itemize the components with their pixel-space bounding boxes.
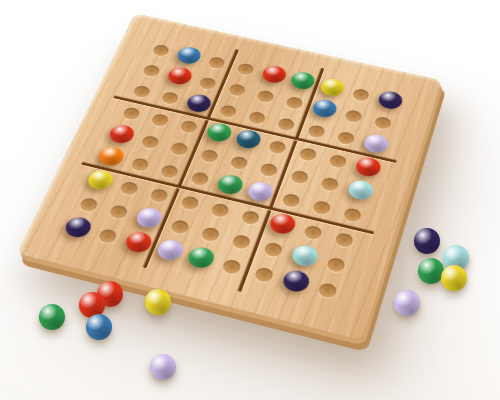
loose-ball-lavender[interactable] [150,354,176,380]
loose-ball-blue[interactable] [86,314,112,340]
loose-ball-green[interactable] [39,304,65,330]
loose-ball-lavender[interactable] [394,290,420,316]
loose-ball-yellow[interactable] [145,289,171,315]
loose-balls-area [0,0,500,400]
loose-ball-green[interactable] [418,258,444,284]
loose-ball-yellow[interactable] [441,265,467,291]
loose-ball-navy[interactable] [414,228,440,254]
scene [0,0,500,400]
